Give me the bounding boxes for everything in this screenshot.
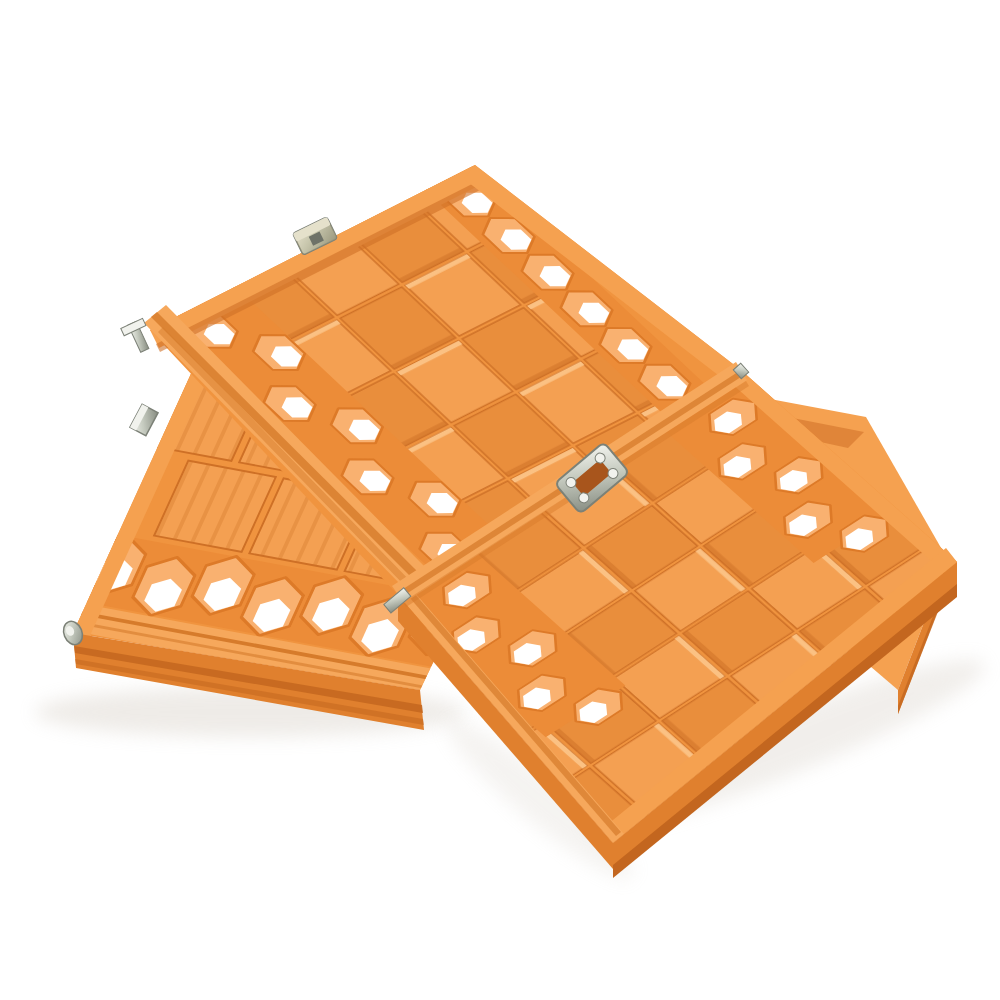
product-photo [0,0,1000,1000]
traction-mats-illustration [0,0,1000,1000]
